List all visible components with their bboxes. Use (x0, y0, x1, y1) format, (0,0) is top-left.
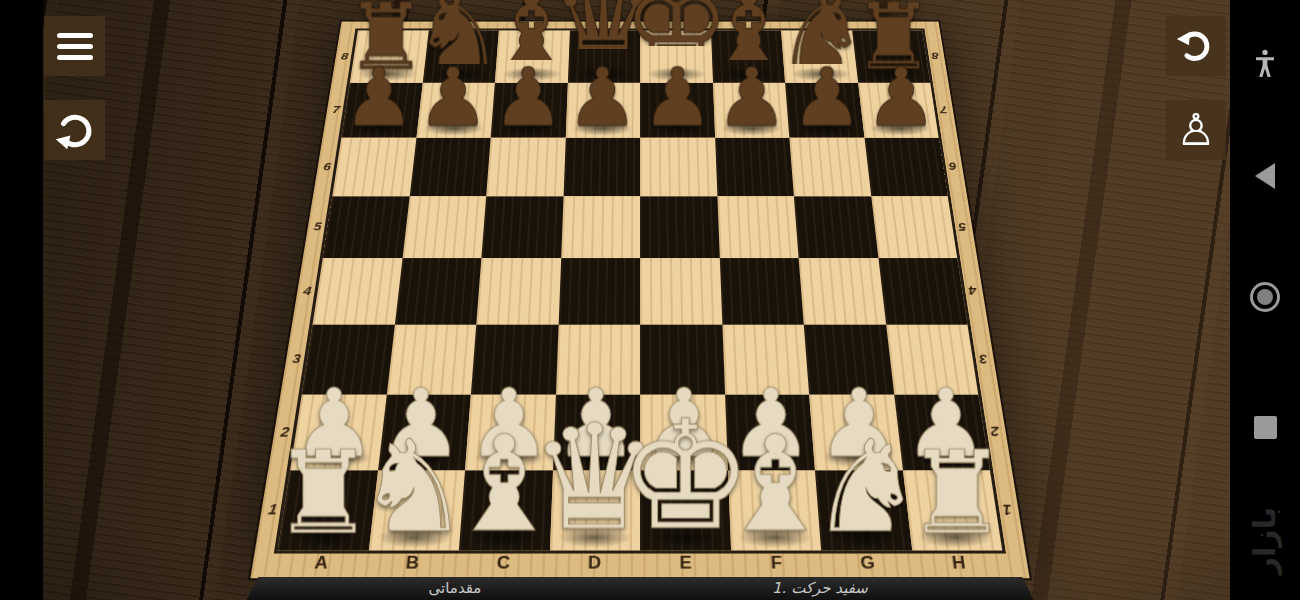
home-circle-icon (1250, 282, 1280, 312)
square-a5[interactable] (323, 196, 409, 258)
square-d4[interactable] (558, 258, 640, 324)
square-a4[interactable] (313, 258, 402, 324)
square-e4[interactable] (640, 258, 722, 324)
square-b6[interactable] (409, 138, 490, 196)
square-d7[interactable]: ♟ (565, 82, 640, 137)
square-g5[interactable] (794, 196, 878, 258)
piece-black-pawn-e7[interactable]: ♟ (641, 57, 713, 138)
square-c4[interactable] (476, 258, 560, 324)
piece-black-pawn-h7[interactable]: ♟ (865, 57, 937, 138)
bazaar-watermark: بازار (1230, 485, 1300, 595)
square-h5[interactable] (871, 196, 957, 258)
piece-black-pawn-b7[interactable]: ♟ (417, 57, 489, 138)
square-d5[interactable] (561, 196, 640, 258)
square-f5[interactable] (717, 196, 799, 258)
home-button[interactable] (1230, 280, 1300, 314)
square-g7[interactable]: ♟ (785, 82, 864, 137)
piece-black-pawn-c7[interactable]: ♟ (492, 57, 564, 138)
bazaar-logo-text: بازار (1247, 506, 1282, 573)
menu-button[interactable] (44, 16, 105, 76)
file-label-b: B (365, 551, 459, 579)
board-corner-right (1002, 551, 1029, 579)
back-button[interactable] (1230, 160, 1300, 192)
square-a7[interactable]: ♟ (341, 82, 422, 137)
square-c6[interactable] (486, 138, 565, 196)
square-b4[interactable] (394, 258, 481, 324)
recents-square-icon (1254, 416, 1277, 439)
android-navbar: بازار (1230, 0, 1300, 600)
square-g6[interactable] (789, 138, 870, 196)
square-g1[interactable]: ♞ (815, 470, 912, 551)
piece-black-pawn-f7[interactable]: ♟ (716, 57, 788, 138)
square-a6[interactable] (332, 138, 416, 196)
file-label-e: E (640, 551, 732, 579)
difficulty-label: مقدماتی (390, 579, 520, 597)
move-indicator: 1. حرکت‎ سفید (735, 579, 905, 597)
file-label-f: F (731, 551, 824, 579)
file-label-g: G (821, 551, 915, 579)
piece-style-button[interactable]: ♙ (1166, 100, 1226, 160)
square-e6[interactable] (640, 138, 717, 196)
square-c7[interactable]: ♟ (491, 82, 568, 137)
file-label-h: H (912, 551, 1007, 579)
square-c5[interactable] (481, 196, 563, 258)
undo-button[interactable] (1166, 16, 1226, 76)
square-e5[interactable] (640, 196, 719, 258)
board-scene: 8♜♞♝♛♚♝♞♜87♟♟♟♟♟♟♟♟7665544332♟♟♟♟♟♟♟♟21♜… (43, 0, 1230, 600)
chess-board[interactable]: 8♜♞♝♛♚♝♞♜87♟♟♟♟♟♟♟♟7665544332♟♟♟♟♟♟♟♟21♜… (250, 22, 1029, 579)
square-e7[interactable]: ♟ (640, 82, 715, 137)
square-f6[interactable] (715, 138, 794, 196)
left-letterbox (0, 0, 43, 600)
file-label-c: C (457, 551, 550, 579)
reset-button[interactable] (44, 100, 105, 160)
recents-button[interactable] (1230, 412, 1300, 442)
square-b7[interactable]: ♟ (416, 82, 495, 137)
piece-black-pawn-d7[interactable]: ♟ (566, 57, 638, 138)
piece-black-pawn-g7[interactable]: ♟ (790, 57, 862, 138)
file-label-d: D (548, 551, 640, 579)
back-triangle-icon (1255, 163, 1275, 189)
square-b5[interactable] (402, 196, 486, 258)
undo-arrow-icon (1175, 25, 1217, 67)
piece-black-pawn-a7[interactable]: ♟ (342, 57, 414, 138)
square-f4[interactable] (719, 258, 803, 324)
rotate-arrow-icon (53, 108, 97, 152)
pawn-outline-icon: ♙ (1176, 108, 1215, 152)
file-label-a: A (273, 551, 368, 579)
board-front-edge: مقدماتی 1. حرکت‎ سفید (240, 577, 1040, 600)
accessibility-button[interactable] (1230, 44, 1300, 84)
piece-white-rook-h1[interactable]: ♜ (906, 437, 1008, 551)
square-g4[interactable] (799, 258, 886, 324)
square-h4[interactable] (878, 258, 967, 324)
square-f7[interactable]: ♟ (713, 82, 790, 137)
square-d6[interactable] (563, 138, 640, 196)
square-f1[interactable]: ♝ (727, 470, 821, 551)
square-h7[interactable]: ♟ (858, 82, 939, 137)
hamburger-icon (57, 33, 93, 60)
accessibility-person-icon (1253, 49, 1277, 79)
square-h1[interactable]: ♜ (902, 470, 1002, 551)
square-h6[interactable] (864, 138, 948, 196)
